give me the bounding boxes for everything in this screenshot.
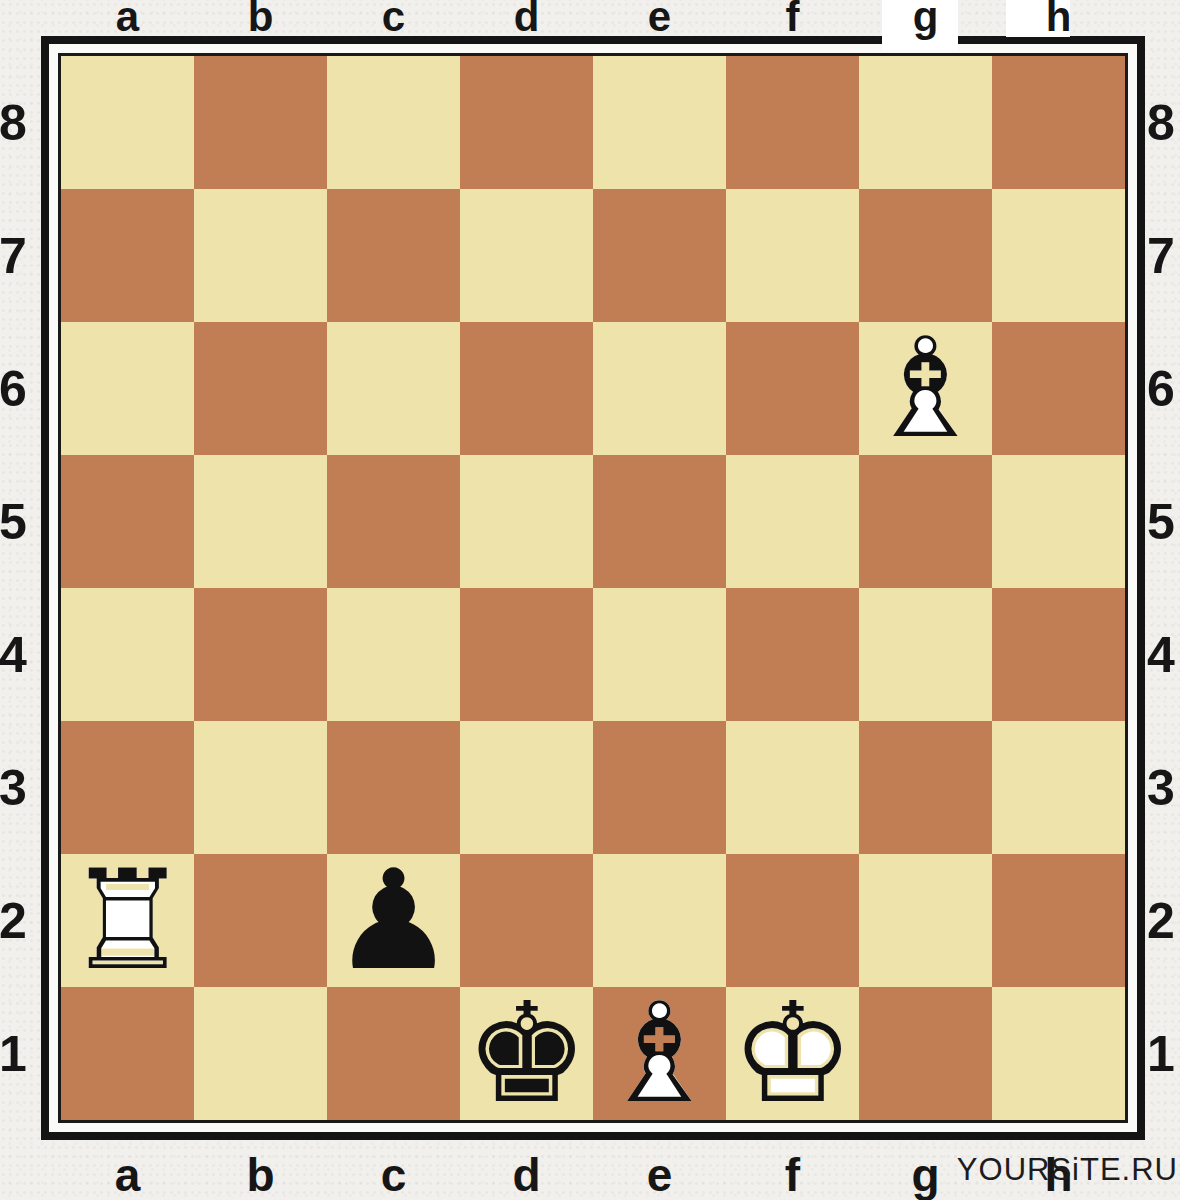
rank-labels-right: 87654321 xyxy=(1139,56,1180,1120)
piece-white-bishop-e1: ♝♗ xyxy=(593,987,726,1120)
file-label-bottom-c: c xyxy=(327,1148,460,1200)
rank-label-left-8: 8 xyxy=(0,56,35,189)
square-h1[interactable] xyxy=(992,987,1125,1120)
piece-glyph-fill: ♟ xyxy=(327,854,460,987)
square-b7[interactable] xyxy=(194,189,327,322)
square-d4[interactable] xyxy=(460,588,593,721)
square-c4[interactable] xyxy=(327,588,460,721)
file-label-top-d: d xyxy=(460,0,593,41)
rank-label-right-6: 6 xyxy=(1139,322,1180,455)
rank-label-left-6: 6 xyxy=(0,322,35,455)
square-b5[interactable] xyxy=(194,455,327,588)
square-g8[interactable] xyxy=(859,56,992,189)
square-c5[interactable] xyxy=(327,455,460,588)
piece-white-rook-a2: ♜♖ xyxy=(61,854,194,987)
piece-glyph-outline: ♔ xyxy=(726,987,859,1120)
square-e6[interactable] xyxy=(593,322,726,455)
square-d2[interactable] xyxy=(460,854,593,987)
square-h8[interactable] xyxy=(992,56,1125,189)
square-h2[interactable] xyxy=(992,854,1125,987)
square-b3[interactable] xyxy=(194,721,327,854)
square-g5[interactable] xyxy=(859,455,992,588)
rank-label-right-5: 5 xyxy=(1139,455,1180,588)
rank-label-right-1: 1 xyxy=(1139,987,1180,1120)
file-label-top-b: b xyxy=(194,0,327,41)
square-c1[interactable] xyxy=(327,987,460,1120)
square-d5[interactable] xyxy=(460,455,593,588)
square-e7[interactable] xyxy=(593,189,726,322)
square-f2[interactable] xyxy=(726,854,859,987)
rank-label-left-3: 3 xyxy=(0,721,35,854)
square-a3[interactable] xyxy=(61,721,194,854)
rank-label-left-4: 4 xyxy=(0,588,35,721)
square-d3[interactable] xyxy=(460,721,593,854)
file-label-top-e: e xyxy=(593,0,726,41)
square-b8[interactable] xyxy=(194,56,327,189)
square-g1[interactable] xyxy=(859,987,992,1120)
square-a8[interactable] xyxy=(61,56,194,189)
piece-white-bishop-g6: ♝♗ xyxy=(859,322,992,455)
square-a2[interactable]: ♜♖ xyxy=(61,854,194,987)
rank-label-right-4: 4 xyxy=(1139,588,1180,721)
rank-label-right-2: 2 xyxy=(1139,854,1180,987)
chess-diagram-page: abcdefgh abcdefgh 87654321 87654321 ♝♗♜♖… xyxy=(0,0,1180,1200)
square-e5[interactable] xyxy=(593,455,726,588)
square-g7[interactable] xyxy=(859,189,992,322)
file-label-bottom-b: b xyxy=(194,1148,327,1200)
square-f8[interactable] xyxy=(726,56,859,189)
rank-label-left-7: 7 xyxy=(0,189,35,322)
square-a5[interactable] xyxy=(61,455,194,588)
file-label-top-f: f xyxy=(726,0,859,41)
square-b6[interactable] xyxy=(194,322,327,455)
rank-labels-left: 87654321 xyxy=(0,56,35,1120)
square-b4[interactable] xyxy=(194,588,327,721)
square-d8[interactable] xyxy=(460,56,593,189)
square-d6[interactable] xyxy=(460,322,593,455)
square-f5[interactable] xyxy=(726,455,859,588)
square-b2[interactable] xyxy=(194,854,327,987)
piece-black-pawn-c2: ♟ xyxy=(327,854,460,987)
square-c6[interactable] xyxy=(327,322,460,455)
square-f6[interactable] xyxy=(726,322,859,455)
square-d1[interactable]: ♚ xyxy=(460,987,593,1120)
piece-glyph-outline: ♖ xyxy=(61,854,194,987)
rank-label-right-7: 7 xyxy=(1139,189,1180,322)
rank-label-left-1: 1 xyxy=(0,987,35,1120)
square-g3[interactable] xyxy=(859,721,992,854)
file-labels-top: abcdefgh xyxy=(61,0,1125,37)
square-f7[interactable] xyxy=(726,189,859,322)
square-e4[interactable] xyxy=(593,588,726,721)
square-e3[interactable] xyxy=(593,721,726,854)
square-e2[interactable] xyxy=(593,854,726,987)
square-c2[interactable]: ♟ xyxy=(327,854,460,987)
piece-black-king-d1: ♚ xyxy=(460,987,593,1120)
square-a7[interactable] xyxy=(61,189,194,322)
piece-white-king-f1: ♚♔ xyxy=(726,987,859,1120)
square-a1[interactable] xyxy=(61,987,194,1120)
square-a4[interactable] xyxy=(61,588,194,721)
square-a6[interactable] xyxy=(61,322,194,455)
file-label-bottom-e: e xyxy=(593,1148,726,1200)
square-f3[interactable] xyxy=(726,721,859,854)
square-c3[interactable] xyxy=(327,721,460,854)
square-f4[interactable] xyxy=(726,588,859,721)
square-b1[interactable] xyxy=(194,987,327,1120)
square-h7[interactable] xyxy=(992,189,1125,322)
board-frame: ♝♗♜♖♟♚♝♗♚♔ xyxy=(41,36,1145,1140)
square-c8[interactable] xyxy=(327,56,460,189)
square-e8[interactable] xyxy=(593,56,726,189)
file-label-top-a: a xyxy=(61,0,194,41)
square-h6[interactable] xyxy=(992,322,1125,455)
rank-label-left-2: 2 xyxy=(0,854,35,987)
rank-label-right-8: 8 xyxy=(1139,56,1180,189)
watermark-text: YOURSiTE.RU xyxy=(957,1152,1178,1188)
file-label-bottom-f: f xyxy=(726,1148,859,1200)
square-e1[interactable]: ♝♗ xyxy=(593,987,726,1120)
rank-label-left-5: 5 xyxy=(0,455,35,588)
file-label-bottom-d: d xyxy=(460,1148,593,1200)
piece-glyph-fill: ♚ xyxy=(460,987,593,1120)
board: ♝♗♜♖♟♚♝♗♚♔ xyxy=(58,53,1128,1123)
square-g4[interactable] xyxy=(859,588,992,721)
file-label-top-g: g xyxy=(859,0,992,41)
square-d7[interactable] xyxy=(460,189,593,322)
square-c7[interactable] xyxy=(327,189,460,322)
piece-glyph-outline: ♗ xyxy=(859,322,992,455)
file-label-top-c: c xyxy=(327,0,460,41)
square-g2[interactable] xyxy=(859,854,992,987)
square-h5[interactable] xyxy=(992,455,1125,588)
square-f1[interactable]: ♚♔ xyxy=(726,987,859,1120)
file-label-bottom-a: a xyxy=(61,1148,194,1200)
square-h4[interactable] xyxy=(992,588,1125,721)
square-g6[interactable]: ♝♗ xyxy=(859,322,992,455)
square-h3[interactable] xyxy=(992,721,1125,854)
piece-glyph-outline: ♗ xyxy=(593,987,726,1120)
rank-label-right-3: 3 xyxy=(1139,721,1180,854)
file-label-top-h: h xyxy=(992,0,1125,41)
